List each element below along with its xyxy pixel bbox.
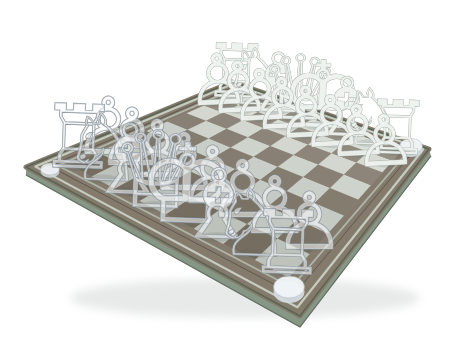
glass-chess-set: ♖♘♙♗♙♕♙♔♙♗♙♘♙♖♙♙♙♙♖♙♘♙♗♙♕♙♔♙♗♙♘♖ — [0, 0, 450, 360]
piece-white-rook-h1: ♖ — [247, 191, 329, 296]
piece-black-pawn-h7: ♙ — [351, 99, 418, 184]
product-photo: ♖♘♙♗♙♕♙♔♙♗♙♘♙♖♙♙♙♙♖♙♘♙♗♙♕♙♔♙♗♙♘♖ — [0, 0, 450, 360]
